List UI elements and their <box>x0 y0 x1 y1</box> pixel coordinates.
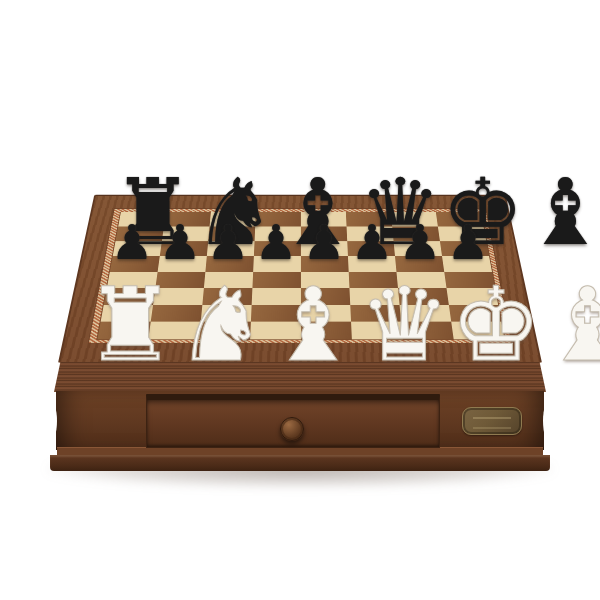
square-b7 <box>162 226 210 241</box>
square-a5 <box>110 256 160 272</box>
square-e4 <box>301 272 350 288</box>
square-f3 <box>349 288 399 305</box>
square-c3 <box>202 288 252 305</box>
board-frame <box>58 195 542 363</box>
square-c2 <box>201 305 252 322</box>
square-a1 <box>97 322 150 340</box>
square-d4 <box>252 272 301 288</box>
square-d2 <box>251 305 301 322</box>
cell-f1: ♝ <box>542 259 600 361</box>
square-c7 <box>208 226 255 241</box>
square-d8 <box>255 212 301 226</box>
square-b6 <box>160 241 208 256</box>
square-g6 <box>394 241 442 256</box>
square-c4 <box>204 272 253 288</box>
square-h2 <box>449 305 501 322</box>
square-a2 <box>101 305 153 322</box>
square-h4 <box>444 272 495 288</box>
square-f6 <box>347 241 395 256</box>
square-a8 <box>118 212 166 226</box>
white-bishop-f1: ♝ <box>542 274 600 376</box>
square-e7 <box>301 226 347 241</box>
black-bishop-f8: ♝ <box>524 167 600 259</box>
square-c8 <box>210 212 256 226</box>
square-g2 <box>400 305 452 322</box>
square-e6 <box>301 241 348 256</box>
square-c6 <box>207 241 255 256</box>
base-molding-lower <box>50 455 550 471</box>
square-h8 <box>436 212 484 226</box>
right-waist-curve <box>543 398 559 444</box>
square-e3 <box>301 288 350 305</box>
square-c5 <box>205 256 253 272</box>
square-f8 <box>346 212 392 226</box>
brand-plaque <box>462 407 522 435</box>
square-b2 <box>151 305 203 322</box>
square-b4 <box>155 272 205 288</box>
square-e8 <box>301 212 347 226</box>
square-f4 <box>349 272 398 288</box>
square-g8 <box>391 212 438 226</box>
square-f1 <box>351 322 403 340</box>
drawer-knob <box>280 417 304 441</box>
square-b8 <box>164 212 211 226</box>
square-a3 <box>104 288 156 305</box>
square-d3 <box>252 288 301 305</box>
square-g7 <box>392 226 440 241</box>
square-b3 <box>153 288 204 305</box>
square-a6 <box>113 241 162 256</box>
square-g4 <box>396 272 446 288</box>
square-h7 <box>438 226 486 241</box>
square-d5 <box>253 256 301 272</box>
square-e2 <box>301 305 351 322</box>
square-g1 <box>401 322 454 340</box>
square-f2 <box>350 305 401 322</box>
left-waist-curve <box>41 398 57 444</box>
square-g5 <box>395 256 444 272</box>
product-photo-scene: ♜♞♝♛♚♝♞♜♟♟♟♟♟♟♟♟♜♞♝♛♚♝♞♜ <box>0 0 600 600</box>
square-f7 <box>347 226 394 241</box>
plaque-engraving <box>473 417 511 429</box>
chess-case-top <box>58 195 542 363</box>
square-h3 <box>446 288 498 305</box>
square-a4 <box>107 272 158 288</box>
square-d6 <box>254 241 301 256</box>
square-f5 <box>348 256 397 272</box>
square-b1 <box>148 322 201 340</box>
square-a7 <box>116 226 164 241</box>
chess-board <box>96 212 505 340</box>
square-e5 <box>301 256 349 272</box>
reeded-molding <box>54 362 546 392</box>
square-b5 <box>158 256 207 272</box>
square-h6 <box>440 241 489 256</box>
square-d7 <box>255 226 301 241</box>
square-g3 <box>398 288 449 305</box>
square-d1 <box>250 322 301 340</box>
cell-f8: ♝ <box>524 153 600 245</box>
square-c1 <box>199 322 251 340</box>
square-e1 <box>301 322 352 340</box>
storage-drawer <box>146 394 440 448</box>
square-h5 <box>442 256 492 272</box>
square-h1 <box>451 322 504 340</box>
inlay-border <box>88 208 512 343</box>
